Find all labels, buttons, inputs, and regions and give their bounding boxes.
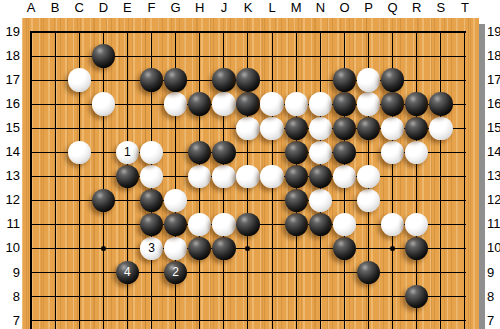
grid-line-h-9 bbox=[30, 272, 466, 273]
col-label-Q: Q bbox=[388, 1, 398, 15]
stone-white-Q14[interactable] bbox=[381, 141, 404, 164]
stone-black-J17[interactable] bbox=[212, 68, 235, 91]
stone-black-M14[interactable] bbox=[285, 141, 308, 164]
stone-white-Q15[interactable] bbox=[381, 117, 404, 140]
stone-white-O11[interactable] bbox=[333, 213, 356, 236]
col-label-C: C bbox=[75, 1, 84, 15]
stone-black-J10[interactable] bbox=[212, 237, 235, 260]
grid-line-h-19 bbox=[30, 31, 466, 33]
row-label-left-12: 12 bbox=[0, 192, 20, 208]
row-label-right-7: 7 bbox=[487, 313, 500, 329]
row-label-left-8: 8 bbox=[0, 289, 20, 305]
grid-line-v-A bbox=[30, 32, 32, 329]
stone-white-S15[interactable] bbox=[429, 117, 452, 140]
stone-black-Q16[interactable] bbox=[381, 92, 404, 115]
stone-black-K11[interactable] bbox=[236, 213, 259, 236]
stone-white-J13[interactable] bbox=[212, 165, 235, 188]
stone-black-N11[interactable] bbox=[309, 213, 332, 236]
stone-white-P17[interactable] bbox=[357, 68, 380, 91]
stone-black-G17[interactable] bbox=[164, 68, 187, 91]
row-label-right-18: 18 bbox=[487, 48, 500, 64]
col-label-G: G bbox=[171, 1, 181, 15]
row-label-right-9: 9 bbox=[487, 265, 500, 281]
stone-black-Q17[interactable] bbox=[381, 68, 404, 91]
col-label-H: H bbox=[195, 1, 204, 15]
col-label-P: P bbox=[364, 1, 373, 15]
row-label-left-18: 18 bbox=[0, 48, 20, 64]
row-label-left-15: 15 bbox=[0, 120, 20, 136]
col-label-O: O bbox=[339, 1, 349, 15]
col-label-D: D bbox=[99, 1, 108, 15]
stone-white-C17[interactable] bbox=[68, 68, 91, 91]
col-label-S: S bbox=[437, 1, 446, 15]
stone-black-D12[interactable] bbox=[92, 189, 115, 212]
row-label-right-11: 11 bbox=[487, 216, 500, 232]
stone-white-E14-move-1[interactable]: 1 bbox=[116, 141, 139, 164]
stone-black-K16[interactable] bbox=[236, 92, 259, 115]
stone-white-L15[interactable] bbox=[260, 117, 283, 140]
col-label-B: B bbox=[51, 1, 60, 15]
stone-black-O16[interactable] bbox=[333, 92, 356, 115]
stone-white-K13[interactable] bbox=[236, 165, 259, 188]
stone-black-O17[interactable] bbox=[333, 68, 356, 91]
grid-line-v-B bbox=[55, 32, 56, 329]
stone-white-F14[interactable] bbox=[140, 141, 163, 164]
stone-white-D16[interactable] bbox=[92, 92, 115, 115]
stone-white-C14[interactable] bbox=[68, 141, 91, 164]
stone-white-N16[interactable] bbox=[309, 92, 332, 115]
stone-black-E13[interactable] bbox=[116, 165, 139, 188]
row-label-right-13: 13 bbox=[487, 168, 500, 184]
col-label-K: K bbox=[244, 1, 253, 15]
grid-line-v-T bbox=[464, 32, 465, 329]
star-point-D10 bbox=[101, 246, 106, 251]
stone-black-F12[interactable] bbox=[140, 189, 163, 212]
col-label-R: R bbox=[412, 1, 421, 15]
col-label-A: A bbox=[27, 1, 36, 15]
row-label-left-10: 10 bbox=[0, 240, 20, 256]
row-label-left-14: 14 bbox=[0, 144, 20, 160]
stone-white-M16[interactable] bbox=[285, 92, 308, 115]
stone-white-L13[interactable] bbox=[260, 165, 283, 188]
row-label-left-17: 17 bbox=[0, 72, 20, 88]
row-label-left-19: 19 bbox=[0, 24, 20, 40]
grid-line-h-8 bbox=[30, 296, 466, 297]
stone-white-N15[interactable] bbox=[309, 117, 332, 140]
row-label-right-15: 15 bbox=[487, 120, 500, 136]
row-label-right-10: 10 bbox=[487, 240, 500, 256]
stone-black-M13[interactable] bbox=[285, 165, 308, 188]
stone-black-O10[interactable] bbox=[333, 237, 356, 260]
col-label-E: E bbox=[123, 1, 132, 15]
stone-black-R16[interactable] bbox=[405, 92, 428, 115]
row-label-right-19: 19 bbox=[487, 24, 500, 40]
grid-line-v-D bbox=[103, 32, 104, 329]
row-label-right-12: 12 bbox=[487, 192, 500, 208]
stone-black-D18[interactable] bbox=[92, 44, 115, 67]
stone-black-S16[interactable] bbox=[429, 92, 452, 115]
stone-white-J11[interactable] bbox=[212, 213, 235, 236]
row-label-right-17: 17 bbox=[487, 72, 500, 88]
row-label-left-9: 9 bbox=[0, 265, 20, 281]
col-label-M: M bbox=[291, 1, 302, 15]
row-label-right-16: 16 bbox=[487, 96, 500, 112]
stone-white-K15[interactable] bbox=[236, 117, 259, 140]
grid-line-v-S bbox=[440, 32, 441, 329]
stone-black-M15[interactable] bbox=[285, 117, 308, 140]
col-label-N: N bbox=[316, 1, 325, 15]
row-label-right-8: 8 bbox=[487, 289, 500, 305]
row-label-left-7: 7 bbox=[0, 313, 20, 329]
col-label-F: F bbox=[148, 1, 156, 15]
stone-white-P12[interactable] bbox=[357, 189, 380, 212]
stone-black-J14[interactable] bbox=[212, 141, 235, 164]
stone-white-L16[interactable] bbox=[260, 92, 283, 115]
stone-white-J16[interactable] bbox=[212, 92, 235, 115]
stone-black-H16[interactable] bbox=[188, 92, 211, 115]
stone-white-P13[interactable] bbox=[357, 165, 380, 188]
col-label-L: L bbox=[268, 1, 275, 15]
row-label-left-16: 16 bbox=[0, 96, 20, 112]
stone-white-N12[interactable] bbox=[309, 189, 332, 212]
stone-white-N14[interactable] bbox=[309, 141, 332, 164]
stone-black-M12[interactable] bbox=[285, 189, 308, 212]
col-label-J: J bbox=[221, 1, 228, 15]
stone-black-M11[interactable] bbox=[285, 213, 308, 236]
stone-white-P16[interactable] bbox=[357, 92, 380, 115]
board-edge-shadow bbox=[479, 24, 485, 329]
stone-black-K17[interactable] bbox=[236, 68, 259, 91]
go-app: ABCDEFGHJKLMNOPQRST191918181717161615151… bbox=[0, 0, 500, 329]
stone-black-P15[interactable] bbox=[357, 117, 380, 140]
stone-white-F13[interactable] bbox=[140, 165, 163, 188]
stone-white-O13[interactable] bbox=[333, 165, 356, 188]
stone-white-G16[interactable] bbox=[164, 92, 187, 115]
row-label-left-13: 13 bbox=[0, 168, 20, 184]
stone-black-O14[interactable] bbox=[333, 141, 356, 164]
stone-black-N13[interactable] bbox=[309, 165, 332, 188]
grid-line-h-7 bbox=[30, 320, 466, 321]
row-label-right-14: 14 bbox=[487, 144, 500, 160]
col-label-T: T bbox=[461, 1, 469, 15]
stone-black-F17[interactable] bbox=[140, 68, 163, 91]
stone-black-O15[interactable] bbox=[333, 117, 356, 140]
row-label-left-11: 11 bbox=[0, 216, 20, 232]
